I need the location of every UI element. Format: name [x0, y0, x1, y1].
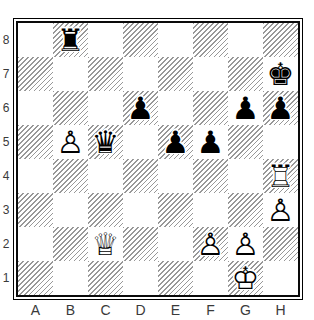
square-h3[interactable]: ♟♙	[263, 193, 298, 227]
white-queen-glyph: ♕	[92, 229, 120, 260]
square-f2[interactable]: ♟♙	[193, 227, 228, 261]
black-pawn-glyph: ♟	[232, 93, 260, 124]
square-d7[interactable]	[123, 57, 158, 91]
square-e6[interactable]	[158, 91, 193, 125]
square-d5[interactable]	[123, 125, 158, 159]
rank-labels: 87654321	[0, 23, 12, 295]
white-pawn-glyph: ♙	[57, 127, 85, 158]
file-label-b: B	[53, 301, 88, 318]
white-pawn[interactable]: ♟♙	[263, 193, 298, 227]
rank-label-3: 3	[0, 193, 12, 227]
board-frame: ♜♜♚♚♟♟♟♟♟♟♟♙♛♛♟♟♟♟♜♖♟♙♛♕♟♙♟♙♚♔	[13, 18, 303, 300]
black-pawn-glyph: ♟	[127, 93, 155, 124]
square-e5[interactable]: ♟♟	[158, 125, 193, 159]
rank-label-6: 6	[0, 91, 12, 125]
white-rook-glyph: ♖	[267, 161, 295, 192]
square-f4[interactable]	[193, 159, 228, 193]
chess-diagram: 87654321 ♜♜♚♚♟♟♟♟♟♟♟♙♛♛♟♟♟♟♜♖♟♙♛♕♟♙♟♙♚♔ …	[0, 0, 314, 320]
square-d4[interactable]	[123, 159, 158, 193]
square-g7[interactable]	[228, 57, 263, 91]
square-f3[interactable]	[193, 193, 228, 227]
square-c7[interactable]	[88, 57, 123, 91]
black-pawn[interactable]: ♟♟	[228, 91, 263, 125]
square-b5[interactable]: ♟♙	[53, 125, 88, 159]
black-king-glyph: ♚	[267, 59, 295, 90]
file-label-d: D	[123, 301, 158, 318]
square-b2[interactable]	[53, 227, 88, 261]
square-h1[interactable]	[263, 261, 298, 295]
black-king[interactable]: ♚♚	[263, 57, 298, 91]
file-label-h: H	[263, 301, 298, 318]
white-king-glyph: ♔	[232, 263, 260, 294]
square-a5[interactable]	[18, 125, 53, 159]
rank-label-7: 7	[0, 57, 12, 91]
square-f8[interactable]	[193, 23, 228, 57]
black-pawn[interactable]: ♟♟	[263, 91, 298, 125]
black-rook[interactable]: ♜♜	[53, 23, 88, 57]
square-e4[interactable]	[158, 159, 193, 193]
rank-label-4: 4	[0, 159, 12, 193]
file-label-a: A	[18, 301, 53, 318]
square-b1[interactable]	[53, 261, 88, 295]
black-pawn-glyph: ♟	[197, 127, 225, 158]
black-pawn-glyph: ♟	[162, 127, 190, 158]
black-pawn-glyph: ♟	[267, 93, 295, 124]
square-a2[interactable]	[18, 227, 53, 261]
white-rook[interactable]: ♜♖	[263, 159, 298, 193]
black-pawn[interactable]: ♟♟	[193, 125, 228, 159]
square-b7[interactable]	[53, 57, 88, 91]
white-pawn[interactable]: ♟♙	[53, 125, 88, 159]
rank-label-8: 8	[0, 23, 12, 57]
square-h5[interactable]	[263, 125, 298, 159]
file-label-e: E	[158, 301, 193, 318]
square-g6[interactable]: ♟♟	[228, 91, 263, 125]
square-e7[interactable]	[158, 57, 193, 91]
board-inner-border: ♜♜♚♚♟♟♟♟♟♟♟♙♛♛♟♟♟♟♜♖♟♙♛♕♟♙♟♙♚♔	[16, 21, 300, 297]
black-rook-glyph: ♜	[57, 25, 85, 56]
square-f6[interactable]	[193, 91, 228, 125]
file-label-g: G	[228, 301, 263, 318]
square-d6[interactable]: ♟♟	[123, 91, 158, 125]
file-label-f: F	[193, 301, 228, 318]
file-label-c: C	[88, 301, 123, 318]
white-pawn[interactable]: ♟♙	[193, 227, 228, 261]
white-queen[interactable]: ♛♕	[88, 227, 123, 261]
chess-board: ♜♜♚♚♟♟♟♟♟♟♟♙♛♛♟♟♟♟♜♖♟♙♛♕♟♙♟♙♚♔	[18, 23, 298, 295]
square-e2[interactable]	[158, 227, 193, 261]
square-f1[interactable]	[193, 261, 228, 295]
square-a6[interactable]	[18, 91, 53, 125]
square-c1[interactable]	[88, 261, 123, 295]
square-c4[interactable]	[88, 159, 123, 193]
square-b4[interactable]	[53, 159, 88, 193]
square-c8[interactable]	[88, 23, 123, 57]
black-pawn[interactable]: ♟♟	[123, 91, 158, 125]
square-g3[interactable]	[228, 193, 263, 227]
square-d8[interactable]	[123, 23, 158, 57]
square-c6[interactable]	[88, 91, 123, 125]
square-b8[interactable]: ♜♜	[53, 23, 88, 57]
square-b3[interactable]	[53, 193, 88, 227]
file-labels: ABCDEFGH	[18, 301, 298, 318]
square-c3[interactable]	[88, 193, 123, 227]
black-pawn[interactable]: ♟♟	[158, 125, 193, 159]
rank-label-1: 1	[0, 261, 12, 295]
square-d2[interactable]	[123, 227, 158, 261]
square-c2[interactable]: ♛♕	[88, 227, 123, 261]
square-d3[interactable]	[123, 193, 158, 227]
square-c5[interactable]: ♛♛	[88, 125, 123, 159]
square-a4[interactable]	[18, 159, 53, 193]
white-pawn-glyph: ♙	[232, 229, 260, 260]
square-a8[interactable]	[18, 23, 53, 57]
square-a7[interactable]	[18, 57, 53, 91]
white-pawn[interactable]: ♟♙	[228, 227, 263, 261]
square-e1[interactable]	[158, 261, 193, 295]
square-a3[interactable]	[18, 193, 53, 227]
square-f7[interactable]	[193, 57, 228, 91]
square-h2[interactable]	[263, 227, 298, 261]
square-a1[interactable]	[18, 261, 53, 295]
square-g1[interactable]: ♚♔	[228, 261, 263, 295]
black-queen-glyph: ♛	[92, 127, 120, 158]
square-g8[interactable]	[228, 23, 263, 57]
square-e3[interactable]	[158, 193, 193, 227]
white-king[interactable]: ♚♔	[228, 261, 263, 295]
square-f5[interactable]: ♟♟	[193, 125, 228, 159]
square-g2[interactable]: ♟♙	[228, 227, 263, 261]
white-pawn-glyph: ♙	[267, 195, 295, 226]
square-g4[interactable]	[228, 159, 263, 193]
rank-label-5: 5	[0, 125, 12, 159]
black-queen[interactable]: ♛♛	[88, 125, 123, 159]
square-b6[interactable]	[53, 91, 88, 125]
rank-label-2: 2	[0, 227, 12, 261]
square-h7[interactable]: ♚♚	[263, 57, 298, 91]
white-pawn-glyph: ♙	[197, 229, 225, 260]
square-d1[interactable]	[123, 261, 158, 295]
square-h4[interactable]: ♜♖	[263, 159, 298, 193]
square-e8[interactable]	[158, 23, 193, 57]
square-h8[interactable]	[263, 23, 298, 57]
square-g5[interactable]	[228, 125, 263, 159]
square-h6[interactable]: ♟♟	[263, 91, 298, 125]
